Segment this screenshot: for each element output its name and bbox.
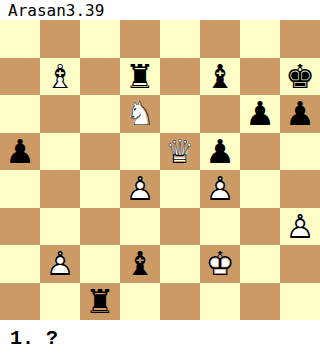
- black-rook-icon: ♜: [80, 283, 120, 321]
- piece-black-pawn-a5: ♟: [0, 133, 40, 171]
- square-c1[interactable]: ♜: [80, 283, 120, 321]
- square-a2[interactable]: [0, 245, 40, 283]
- square-c2[interactable]: [80, 245, 120, 283]
- square-d3[interactable]: [120, 208, 160, 246]
- square-c5[interactable]: [80, 133, 120, 171]
- square-e3[interactable]: [160, 208, 200, 246]
- white-pawn-icon: ♙: [40, 245, 80, 283]
- piece-black-pawn-h6: ♟: [280, 95, 320, 133]
- square-f1[interactable]: [200, 283, 240, 321]
- square-h6[interactable]: ♟: [280, 95, 320, 133]
- black-pawn-icon: ♟: [200, 133, 240, 171]
- square-c4[interactable]: [80, 170, 120, 208]
- square-a6[interactable]: [0, 95, 40, 133]
- square-f3[interactable]: [200, 208, 240, 246]
- square-g7[interactable]: [240, 58, 280, 96]
- square-b7[interactable]: ♝♗: [40, 58, 80, 96]
- square-h5[interactable]: [280, 133, 320, 171]
- square-d7[interactable]: ♜: [120, 58, 160, 96]
- white-bishop-icon: ♗: [40, 58, 80, 96]
- piece-white-knight-d6: ♞♘: [120, 95, 160, 133]
- piece-black-king-h7: ♚: [280, 58, 320, 96]
- white-pawn-icon: ♙: [200, 170, 240, 208]
- square-b8[interactable]: [40, 20, 80, 58]
- square-g3[interactable]: [240, 208, 280, 246]
- piece-white-queen-e5: ♛♕: [160, 133, 200, 171]
- square-c3[interactable]: [80, 208, 120, 246]
- square-g2[interactable]: [240, 245, 280, 283]
- white-king-icon: ♔: [200, 245, 240, 283]
- square-h8[interactable]: [280, 20, 320, 58]
- square-h3[interactable]: ♟♙: [280, 208, 320, 246]
- square-f8[interactable]: [200, 20, 240, 58]
- square-g5[interactable]: [240, 133, 280, 171]
- square-g1[interactable]: [240, 283, 280, 321]
- status-bar: 1. ?: [0, 320, 320, 360]
- piece-black-pawn-g6: ♟: [240, 95, 280, 133]
- square-b4[interactable]: [40, 170, 80, 208]
- square-c6[interactable]: [80, 95, 120, 133]
- square-e2[interactable]: [160, 245, 200, 283]
- square-e1[interactable]: [160, 283, 200, 321]
- square-d4[interactable]: ♟♙: [120, 170, 160, 208]
- square-e7[interactable]: [160, 58, 200, 96]
- square-h7[interactable]: ♚: [280, 58, 320, 96]
- square-h4[interactable]: [280, 170, 320, 208]
- piece-black-bishop-d2: ♝: [120, 245, 160, 283]
- white-pawn-icon: ♙: [120, 170, 160, 208]
- square-g8[interactable]: [240, 20, 280, 58]
- square-a4[interactable]: [0, 170, 40, 208]
- move-prompt: 1. ?: [0, 327, 58, 354]
- piece-black-rook-d7: ♜: [120, 58, 160, 96]
- square-c8[interactable]: [80, 20, 120, 58]
- square-a1[interactable]: [0, 283, 40, 321]
- white-pawn-icon: ♙: [280, 208, 320, 246]
- piece-black-bishop-f7: ♝: [200, 58, 240, 96]
- chess-board: ♝♗♜♝♚♞♘♟♟♟♛♕♟♟♙♟♙♟♙♟♙♝♚♔♜: [0, 20, 320, 320]
- square-b6[interactable]: [40, 95, 80, 133]
- square-e8[interactable]: [160, 20, 200, 58]
- square-a3[interactable]: [0, 208, 40, 246]
- square-d2[interactable]: ♝: [120, 245, 160, 283]
- square-e5[interactable]: ♛♕: [160, 133, 200, 171]
- window-title: Arasan3.39: [0, 1, 104, 20]
- piece-white-pawn-d4: ♟♙: [120, 170, 160, 208]
- square-f4[interactable]: ♟♙: [200, 170, 240, 208]
- piece-white-king-f2: ♚♔: [200, 245, 240, 283]
- piece-black-rook-c1: ♜: [80, 283, 120, 321]
- square-h1[interactable]: [280, 283, 320, 321]
- black-king-icon: ♚: [280, 58, 320, 96]
- square-f2[interactable]: ♚♔: [200, 245, 240, 283]
- piece-black-pawn-f5: ♟: [200, 133, 240, 171]
- black-pawn-icon: ♟: [0, 133, 40, 171]
- square-h2[interactable]: [280, 245, 320, 283]
- square-b2[interactable]: ♟♙: [40, 245, 80, 283]
- black-bishop-icon: ♝: [120, 245, 160, 283]
- square-b3[interactable]: [40, 208, 80, 246]
- square-g4[interactable]: [240, 170, 280, 208]
- piece-white-bishop-b7: ♝♗: [40, 58, 80, 96]
- square-d8[interactable]: [120, 20, 160, 58]
- square-e4[interactable]: [160, 170, 200, 208]
- square-a7[interactable]: [0, 58, 40, 96]
- square-g6[interactable]: ♟: [240, 95, 280, 133]
- square-d6[interactable]: ♞♘: [120, 95, 160, 133]
- title-bar: Arasan3.39: [0, 0, 320, 20]
- black-bishop-icon: ♝: [200, 58, 240, 96]
- square-b5[interactable]: [40, 133, 80, 171]
- black-pawn-icon: ♟: [240, 95, 280, 133]
- piece-white-pawn-f4: ♟♙: [200, 170, 240, 208]
- square-f5[interactable]: ♟: [200, 133, 240, 171]
- black-pawn-icon: ♟: [280, 95, 320, 133]
- white-queen-icon: ♕: [160, 133, 200, 171]
- square-f6[interactable]: [200, 95, 240, 133]
- square-e6[interactable]: [160, 95, 200, 133]
- square-a5[interactable]: ♟: [0, 133, 40, 171]
- square-b1[interactable]: [40, 283, 80, 321]
- chess-app-window: Arasan3.39 ♝♗♜♝♚♞♘♟♟♟♛♕♟♟♙♟♙♟♙♟♙♝♚♔♜ 1. …: [0, 0, 320, 360]
- square-f7[interactable]: ♝: [200, 58, 240, 96]
- piece-white-pawn-h3: ♟♙: [280, 208, 320, 246]
- square-a8[interactable]: [0, 20, 40, 58]
- white-knight-icon: ♘: [120, 95, 160, 133]
- square-d1[interactable]: [120, 283, 160, 321]
- piece-white-pawn-b2: ♟♙: [40, 245, 80, 283]
- black-rook-icon: ♜: [120, 58, 160, 96]
- square-d5[interactable]: [120, 133, 160, 171]
- square-c7[interactable]: [80, 58, 120, 96]
